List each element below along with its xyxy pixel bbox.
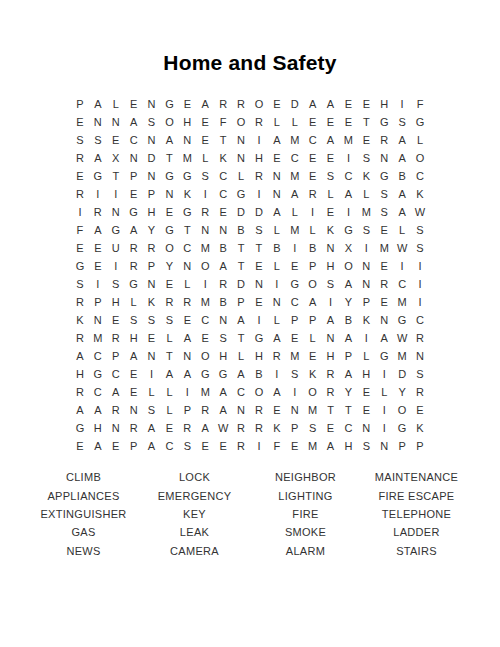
grid-cell: L [375, 383, 393, 401]
grid-cell: L [304, 329, 322, 347]
grid-cell: P [71, 95, 89, 113]
grid-cell: R [304, 185, 322, 203]
grid-cell: O [393, 401, 411, 419]
grid-cell: N [143, 131, 161, 149]
grid-cell: K [357, 311, 375, 329]
grid-cell: N [375, 311, 393, 329]
grid-cell: N [375, 149, 393, 167]
grid-cell: K [411, 185, 429, 203]
grid-cell: L [268, 113, 286, 131]
grid-cell: A [89, 401, 107, 419]
grid-cell: N [107, 113, 125, 131]
grid-cell: I [107, 257, 125, 275]
grid-cell: A [375, 329, 393, 347]
grid-cell: K [268, 419, 286, 437]
grid-cell: A [339, 329, 357, 347]
grid-cell: N [268, 185, 286, 203]
grid-cell: N [143, 275, 161, 293]
grid-cell: R [250, 419, 268, 437]
grid-cell: N [357, 257, 375, 275]
word-list-item: FIRE ESCAPE [361, 486, 472, 504]
grid-cell: L [196, 149, 214, 167]
grid-cell: O [250, 95, 268, 113]
grid-cell: S [71, 131, 89, 149]
grid-cell: D [393, 365, 411, 383]
grid-cell: T [250, 239, 268, 257]
grid-cell: F [411, 95, 429, 113]
grid-cell: G [286, 275, 304, 293]
grid-cell: I [375, 365, 393, 383]
word-list-item: LOCK [139, 468, 250, 486]
grid-cell: G [71, 419, 89, 437]
grid-cell: N [143, 167, 161, 185]
grid-cell: I [411, 275, 429, 293]
grid-cell: A [339, 275, 357, 293]
grid-cell: R [196, 203, 214, 221]
grid-cell: O [411, 149, 429, 167]
grid-cell: A [89, 149, 107, 167]
grid-cell: A [393, 131, 411, 149]
grid-cell: C [160, 437, 178, 455]
grid-cell: I [143, 365, 161, 383]
grid-cell: I [339, 149, 357, 167]
word-list-item: SMOKE [250, 523, 361, 541]
grid-cell: E [214, 203, 232, 221]
grid-cell: R [375, 131, 393, 149]
grid-cell: A [89, 95, 107, 113]
grid-cell: E [339, 95, 357, 113]
grid-cell: A [214, 401, 232, 419]
word-list-item: LADDER [361, 523, 472, 541]
grid-cell: S [89, 131, 107, 149]
grid-cell: R [71, 293, 89, 311]
grid-cell: S [214, 329, 232, 347]
grid-cell: G [393, 311, 411, 329]
grid-cell: N [322, 239, 340, 257]
grid-cell: E [304, 113, 322, 131]
grid-cell: I [357, 329, 375, 347]
grid-cell: E [160, 419, 178, 437]
grid-cell: I [250, 437, 268, 455]
grid-cell: P [411, 437, 429, 455]
grid-cell: S [304, 419, 322, 437]
word-list-item: NEIGHBOR [250, 468, 361, 486]
grid-cell: L [107, 95, 125, 113]
grid-cell: G [89, 167, 107, 185]
grid-cell: S [375, 203, 393, 221]
grid-cell: P [178, 401, 196, 419]
grid-cell: E [375, 293, 393, 311]
grid-cell: P [393, 437, 411, 455]
grid-cell: A [322, 437, 340, 455]
grid-cell: R [160, 293, 178, 311]
grid-cell: N [232, 401, 250, 419]
grid-cell: N [357, 275, 375, 293]
grid-cell: M [196, 293, 214, 311]
grid-cell: B [214, 239, 232, 257]
grid-cell: E [71, 113, 89, 131]
grid-cell: I [339, 203, 357, 221]
grid-cell: N [322, 329, 340, 347]
grid-cell: A [232, 311, 250, 329]
grid-cell: F [268, 437, 286, 455]
grid-cell: O [232, 113, 250, 131]
grid-cell: C [196, 311, 214, 329]
grid-cell: S [71, 275, 89, 293]
grid-cell: A [125, 113, 143, 131]
grid-cell: P [304, 257, 322, 275]
grid-cell: A [196, 95, 214, 113]
grid-cell: K [304, 365, 322, 383]
grid-cell: E [196, 131, 214, 149]
grid-cell: N [268, 293, 286, 311]
word-list-item: EXTINGUISHER [28, 505, 139, 523]
grid-cell: G [178, 203, 196, 221]
grid-cell: I [178, 383, 196, 401]
grid-cell: S [143, 401, 161, 419]
word-list-item: CAMERA [139, 542, 250, 560]
grid-cell: G [393, 419, 411, 437]
word-list-item: APPLIANCES [28, 486, 139, 504]
grid-cell: H [71, 365, 89, 383]
grid-cell: P [286, 419, 304, 437]
grid-cell: E [196, 113, 214, 131]
grid-cell: S [250, 221, 268, 239]
grid-cell: A [178, 329, 196, 347]
grid-cell: E [125, 365, 143, 383]
grid-cell: G [375, 113, 393, 131]
word-list-item: CLIMB [28, 468, 139, 486]
grid-cell: W [393, 239, 411, 257]
grid-cell: Y [160, 257, 178, 275]
grid-cell: S [286, 365, 304, 383]
grid-cell: A [178, 365, 196, 383]
word-list-item: LEAK [139, 523, 250, 541]
grid-cell: A [322, 131, 340, 149]
grid-cell: M [357, 203, 375, 221]
grid-cell: W [393, 329, 411, 347]
grid-cell: G [71, 257, 89, 275]
page-title: Home and Safety [0, 51, 500, 75]
grid-cell: R [268, 347, 286, 365]
grid-cell: E [125, 383, 143, 401]
grid-cell: L [178, 275, 196, 293]
grid-cell: Y [143, 221, 161, 239]
grid-cell: M [196, 383, 214, 401]
grid-cell: C [214, 167, 232, 185]
grid-cell: L [393, 221, 411, 239]
grid-cell: K [71, 311, 89, 329]
grid-cell: A [232, 365, 250, 383]
grid-cell: M [304, 401, 322, 419]
grid-cell: E [196, 329, 214, 347]
grid-cell: P [107, 347, 125, 365]
grid-cell: K [143, 293, 161, 311]
grid-cell: T [160, 149, 178, 167]
grid-cell: O [304, 383, 322, 401]
grid-cell: I [411, 257, 429, 275]
grid-cell: I [411, 293, 429, 311]
grid-cell: I [196, 185, 214, 203]
grid-cell: W [214, 419, 232, 437]
grid-cell: N [411, 347, 429, 365]
grid-cell: S [322, 275, 340, 293]
grid-cell: T [322, 401, 340, 419]
grid-cell: H [250, 347, 268, 365]
grid-cell: A [268, 383, 286, 401]
grid-cell: T [178, 221, 196, 239]
grid-cell: I [250, 185, 268, 203]
word-list-item: ALARM [250, 542, 361, 560]
grid-cell: C [286, 149, 304, 167]
grid-cell: N [107, 203, 125, 221]
grid-cell: E [250, 293, 268, 311]
grid-cell: N [143, 347, 161, 365]
grid-cell: H [322, 257, 340, 275]
grid-cell: E [339, 113, 357, 131]
grid-cell: S [411, 221, 429, 239]
grid-cell: L [160, 329, 178, 347]
word-list: CLIMBLOCKNEIGHBORMAINTENANCEAPPLIANCESEM… [28, 468, 472, 560]
grid-cell: I [286, 239, 304, 257]
grid-cell: E [250, 257, 268, 275]
grid-cell: M [339, 131, 357, 149]
grid-cell: M [178, 149, 196, 167]
grid-cell: S [107, 275, 125, 293]
grid-cell: R [71, 149, 89, 167]
grid-cell: D [232, 203, 250, 221]
grid-cell: R [214, 275, 232, 293]
grid-cell: N [89, 113, 107, 131]
grid-cell: M [196, 239, 214, 257]
grid-cell: B [214, 293, 232, 311]
grid-cell: P [89, 293, 107, 311]
grid-cell: G [196, 365, 214, 383]
grid-cell: E [286, 329, 304, 347]
grid-cell: I [71, 203, 89, 221]
grid-cell: C [411, 167, 429, 185]
grid-cell: N [214, 221, 232, 239]
grid-cell: M [393, 293, 411, 311]
grid-cell: E [268, 401, 286, 419]
grid-cell: A [268, 329, 286, 347]
grid-cell: P [304, 311, 322, 329]
grid-cell: R [214, 95, 232, 113]
grid-cell: E [107, 131, 125, 149]
grid-cell: A [214, 257, 232, 275]
grid-cell: K [178, 185, 196, 203]
grid-cell: N [250, 275, 268, 293]
grid-cell: A [143, 419, 161, 437]
grid-cell: R [178, 293, 196, 311]
grid-cell: M [89, 329, 107, 347]
grid-cell: I [250, 131, 268, 149]
grid-cell: E [178, 311, 196, 329]
grid-cell: R [250, 113, 268, 131]
grid-cell: P [286, 311, 304, 329]
grid-cell: I [393, 95, 411, 113]
grid-cell: A [71, 401, 89, 419]
grid-cell: I [89, 185, 107, 203]
grid-cell: A [160, 365, 178, 383]
grid-cell: E [71, 239, 89, 257]
grid-cell: R [232, 95, 250, 113]
grid-cell: G [160, 167, 178, 185]
grid-cell: N [160, 185, 178, 203]
grid-cell: G [125, 275, 143, 293]
grid-cell: G [250, 329, 268, 347]
grid-cell: M [304, 437, 322, 455]
grid-cell: O [339, 257, 357, 275]
grid-cell: I [268, 275, 286, 293]
grid-cell: E [322, 149, 340, 167]
grid-cell: G [89, 365, 107, 383]
grid-cell: R [250, 167, 268, 185]
word-list-item: MAINTENANCE [361, 468, 472, 486]
grid-cell: I [196, 275, 214, 293]
grid-cell: E [357, 95, 375, 113]
grid-cell: I [286, 383, 304, 401]
grid-cell: H [339, 437, 357, 455]
grid-cell: R [411, 329, 429, 347]
grid-cell: B [304, 239, 322, 257]
grid-cell: E [322, 203, 340, 221]
grid-cell: L [286, 203, 304, 221]
grid-cell: E [304, 347, 322, 365]
grid-cell: M [393, 347, 411, 365]
grid-cell: H [375, 95, 393, 113]
grid-cell: E [322, 419, 340, 437]
grid-cell: R [322, 365, 340, 383]
grid-cell: W [411, 203, 429, 221]
grid-cell: S [143, 311, 161, 329]
word-list-item: KEY [139, 505, 250, 523]
grid-cell: S [357, 149, 375, 167]
grid-cell: K [411, 419, 429, 437]
grid-cell: T [339, 401, 357, 419]
grid-cell: T [214, 131, 232, 149]
grid-cell: S [178, 437, 196, 455]
grid-cell: Y [339, 383, 357, 401]
grid-cell: E [214, 437, 232, 455]
grid-cell: I [375, 419, 393, 437]
grid-cell: A [89, 437, 107, 455]
grid-cell: D [250, 203, 268, 221]
grid-cell: L [143, 383, 161, 401]
grid-cell: M [286, 347, 304, 365]
grid-cell: D [286, 95, 304, 113]
grid-cell: I [375, 401, 393, 419]
grid-cell: R [89, 203, 107, 221]
grid-cell: C [89, 383, 107, 401]
grid-cell: H [178, 113, 196, 131]
grid-cell: S [125, 311, 143, 329]
grid-cell: P [143, 257, 161, 275]
grid-cell: L [160, 383, 178, 401]
grid-cell: A [286, 185, 304, 203]
grid-cell: T [107, 167, 125, 185]
grid-cell: M [286, 131, 304, 149]
grid-cell: I [89, 275, 107, 293]
grid-cell: A [339, 185, 357, 203]
grid-cell: Y [339, 293, 357, 311]
grid-cell: L [268, 257, 286, 275]
grid-cell: R [375, 275, 393, 293]
grid-cell: R [232, 419, 250, 437]
grid-cell: E [286, 257, 304, 275]
grid-cell: H [357, 365, 375, 383]
grid-cell: C [232, 383, 250, 401]
grid-cell: X [339, 239, 357, 257]
grid-cell: C [125, 131, 143, 149]
grid-cell: R [125, 239, 143, 257]
grid-cell: R [178, 419, 196, 437]
grid-cell: N [107, 419, 125, 437]
grid-cell: B [250, 365, 268, 383]
grid-cell: P [357, 293, 375, 311]
grid-cell: E [196, 437, 214, 455]
grid-cell: N [125, 401, 143, 419]
grid-cell: R [250, 401, 268, 419]
grid-cell: A [268, 131, 286, 149]
grid-cell: G [232, 185, 250, 203]
grid-cell: L [357, 347, 375, 365]
grid-cell: E [143, 329, 161, 347]
grid-cell: K [322, 221, 340, 239]
grid-cell: O [304, 275, 322, 293]
grid-cell: K [214, 149, 232, 167]
grid-cell: S [196, 167, 214, 185]
grid-cell: G [178, 167, 196, 185]
grid-cell: L [411, 131, 429, 149]
grid-cell: B [339, 311, 357, 329]
grid-cell: E [160, 275, 178, 293]
grid-cell: K [357, 167, 375, 185]
grid-cell: L [268, 221, 286, 239]
grid-cell: E [304, 167, 322, 185]
grid-cell: D [143, 149, 161, 167]
grid-cell: G [375, 167, 393, 185]
grid-cell: T [232, 239, 250, 257]
letter-grid: PALENGEARROEDAAEEHIFENNASOHEFORLLEEETGSG… [71, 95, 429, 455]
grid-cell: I [393, 257, 411, 275]
grid-cell: L [232, 167, 250, 185]
grid-cell: O [196, 257, 214, 275]
grid-cell: R [125, 419, 143, 437]
grid-cell: E [125, 185, 143, 203]
grid-cell: F [214, 113, 232, 131]
grid-cell: H [214, 347, 232, 365]
grid-cell: T [232, 257, 250, 275]
grid-cell: E [107, 311, 125, 329]
grid-cell: C [304, 131, 322, 149]
grid-cell: E [304, 149, 322, 167]
grid-cell: L [160, 401, 178, 419]
grid-cell: C [393, 275, 411, 293]
grid-cell: N [178, 131, 196, 149]
word-list-item: NEWS [28, 542, 139, 560]
grid-cell: T [232, 329, 250, 347]
grid-cell: N [178, 347, 196, 365]
grid-cell: A [89, 221, 107, 239]
grid-cell: S [411, 239, 429, 257]
grid-cell: S [143, 113, 161, 131]
grid-cell: P [232, 293, 250, 311]
grid-cell: A [143, 437, 161, 455]
grid-cell: R [143, 239, 161, 257]
grid-cell: R [71, 185, 89, 203]
word-list-item: TELEPHONE [361, 505, 472, 523]
